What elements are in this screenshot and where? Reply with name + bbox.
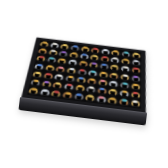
ring-gem: [83, 47, 88, 49]
ring-gem: [122, 90, 127, 93]
foam-grid: [27, 40, 141, 108]
ring-gem: [122, 82, 127, 85]
ring-gem: [134, 60, 138, 62]
ring-gem: [92, 55, 97, 57]
ring-gem: [91, 70, 96, 72]
ring-gem: [37, 64, 42, 66]
ring-gem: [41, 49, 46, 51]
ring-band: [51, 90, 61, 98]
ring-gem: [68, 75, 73, 78]
ring-gem: [89, 86, 94, 89]
ring-gem: [133, 92, 138, 95]
ring-band: [97, 96, 106, 104]
ring-gem: [122, 99, 127, 102]
ring-gem: [103, 49, 108, 51]
ring-gem: [59, 66, 64, 68]
ring-gem: [80, 69, 85, 71]
ring-gem: [54, 91, 59, 94]
ring-gem: [92, 62, 97, 64]
ring-band: [85, 95, 94, 103]
ring-band: [63, 92, 73, 100]
ring-gem: [82, 54, 87, 56]
ring-gem: [110, 98, 115, 101]
ring-gem: [57, 74, 62, 77]
ring-gem: [88, 95, 93, 98]
ring-gem: [42, 42, 47, 44]
ring-gem: [100, 88, 105, 91]
ring-slot: [130, 98, 141, 108]
ring-gem: [133, 83, 138, 86]
ring-gem: [112, 81, 117, 84]
product-photo-scene: [0, 0, 168, 168]
ring-band: [74, 93, 84, 101]
ring-gem: [61, 51, 66, 53]
ring-gem: [124, 52, 128, 54]
ring-gem: [51, 50, 56, 52]
ring-gem: [133, 75, 138, 78]
ring-band: [40, 89, 50, 97]
ring-gem: [33, 79, 38, 82]
ring-gem: [134, 68, 139, 70]
ring-gem: [71, 60, 76, 62]
ring-gem: [123, 66, 128, 68]
ring-gem: [113, 58, 118, 60]
ring-gem: [73, 45, 78, 47]
ring-gem: [56, 82, 61, 85]
ring-gem: [99, 96, 104, 99]
ring-gem: [46, 73, 51, 76]
ring-gem: [67, 84, 72, 87]
ring-band: [108, 97, 117, 105]
ring-gem: [81, 61, 86, 63]
ring-gem: [50, 57, 55, 59]
ring-gem: [53, 43, 58, 45]
ring-gem: [45, 81, 50, 84]
ring-gem: [112, 73, 117, 76]
ring-slot: [107, 96, 119, 106]
ring-gem: [60, 59, 65, 61]
ring-slot: [84, 93, 96, 103]
ring-gem: [72, 53, 77, 55]
ring-gem: [111, 89, 116, 92]
ring-gem: [35, 71, 40, 74]
ring-gem: [48, 65, 53, 67]
ring-gem: [93, 48, 98, 50]
ring-gem: [133, 100, 138, 103]
ring-gem: [101, 79, 106, 82]
ring-gem: [113, 65, 118, 67]
ring-gem: [114, 50, 118, 52]
ring-band: [131, 100, 140, 108]
ring-gem: [123, 59, 128, 61]
ring-display-tray: [18, 29, 155, 126]
ring-gem: [65, 92, 70, 95]
ring-gem: [31, 88, 36, 91]
ring-gem: [78, 85, 83, 88]
ring-gem: [123, 74, 128, 77]
ring-gem: [90, 78, 95, 81]
ring-gem: [63, 44, 68, 46]
ring-gem: [69, 68, 74, 70]
ring-gem: [101, 71, 106, 74]
ring-gem: [134, 53, 138, 55]
ring-band: [119, 99, 128, 107]
ring-gem: [102, 64, 107, 66]
ring-slot: [118, 97, 130, 107]
ring-gem: [43, 89, 48, 92]
ring-slot: [95, 94, 107, 104]
ring-gem: [77, 93, 82, 96]
ring-gem: [79, 77, 84, 80]
ring-gem: [103, 56, 108, 58]
ring-band: [28, 88, 38, 95]
ring-gem: [39, 56, 44, 58]
